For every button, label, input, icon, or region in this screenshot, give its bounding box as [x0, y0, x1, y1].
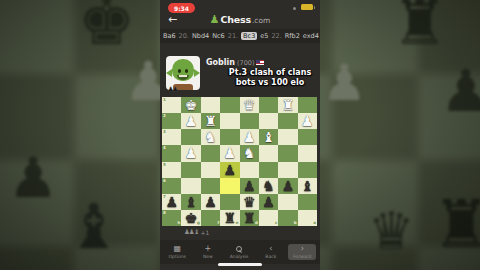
logo-pawn-icon: ♟: [210, 14, 220, 25]
player-name: Goblin: [206, 58, 235, 67]
square-b2[interactable]: [278, 113, 297, 129]
background-piece-icon: ♟: [8, 150, 58, 206]
square-e5[interactable]: ♟: [220, 162, 239, 178]
background-piece-icon: ♜: [392, 0, 448, 54]
square-f1[interactable]: [201, 97, 220, 113]
square-g8[interactable]: g♚: [181, 210, 200, 226]
square-a3[interactable]: [298, 129, 317, 145]
square-h3[interactable]: 3: [162, 129, 181, 145]
video-caption: Pt.3 clash of clans bots vs 100 elo: [222, 68, 318, 87]
captured-icons: ♟♟♝: [184, 228, 198, 236]
square-b8[interactable]: b: [278, 210, 297, 226]
white-bishop: ♝: [259, 129, 278, 145]
square-c3[interactable]: ♝: [259, 129, 278, 145]
plus-icon: +: [204, 245, 211, 253]
square-e4[interactable]: ♟: [220, 145, 239, 161]
square-a8[interactable]: a: [298, 210, 317, 226]
white-pawn: ♟: [298, 113, 317, 129]
file-label-f: f: [217, 221, 219, 225]
square-b3[interactable]: [278, 129, 297, 145]
background-piece-icon: ♟: [440, 62, 480, 120]
nav-label: Analysis: [230, 254, 249, 259]
square-a4[interactable]: [298, 145, 317, 161]
move-number: 22.: [271, 32, 281, 40]
chess-board: 1♚♛♜2♟♜♟3♞♟♝4♟♟♞5♟6♟♞♟♝7♟♝♟♛♟8hg♚fe♜d♜cb…: [162, 97, 317, 226]
square-c7[interactable]: ♟: [259, 194, 278, 210]
logo-suffix: .com: [252, 16, 270, 25]
white-pawn: ♟: [220, 145, 239, 161]
move-item[interactable]: Nbd4: [192, 32, 209, 40]
black-bishop: ♝: [181, 194, 200, 210]
square-h4[interactable]: 4: [162, 145, 181, 161]
white-pawn: ♟: [240, 129, 259, 145]
nav-label: Back: [265, 254, 276, 259]
file-label-h: h: [178, 221, 181, 225]
rank-label-5: 5: [163, 163, 166, 167]
square-e2[interactable]: [220, 113, 239, 129]
phone-screen: 9:34 ← ♟ Chess .com Ba620.Nbd4Nc621.Bc3e…: [160, 0, 320, 270]
player-rating: (700): [237, 59, 254, 67]
black-queen: ♛: [240, 194, 259, 210]
black-pawn: ♟: [201, 194, 220, 210]
chevron-right-icon: ›: [301, 245, 304, 253]
white-king: ♚: [181, 97, 200, 113]
square-b4[interactable]: [278, 145, 297, 161]
square-f3[interactable]: ♞: [201, 129, 220, 145]
logo-text: Chess: [220, 14, 251, 25]
file-label-a: a: [313, 221, 316, 225]
caption-line-1: Pt.3 clash of clans: [222, 68, 318, 78]
square-d1[interactable]: ♛: [240, 97, 259, 113]
background-piece-icon: ♝: [66, 196, 122, 258]
black-pawn: ♟: [278, 178, 297, 194]
analysis-button[interactable]: Analysis: [225, 244, 254, 260]
square-f2[interactable]: ♜: [201, 113, 220, 129]
square-d6[interactable]: ♟: [240, 178, 259, 194]
move-number: 20.: [179, 32, 189, 40]
goblin-teeth: [179, 75, 187, 77]
square-d7[interactable]: ♛: [240, 194, 259, 210]
square-b6[interactable]: ♟: [278, 178, 297, 194]
square-d3[interactable]: ♟: [240, 129, 259, 145]
square-e7[interactable]: [220, 194, 239, 210]
black-knight: ♞: [259, 178, 278, 194]
chesscom-logo: ♟ Chess .com: [160, 14, 320, 25]
square-d5[interactable]: [240, 162, 259, 178]
screen-recording-pill[interactable]: 9:34: [168, 3, 195, 13]
caption-line-2: bots vs 100 elo: [222, 78, 318, 88]
material-score: +1: [200, 229, 209, 236]
square-b5[interactable]: [278, 162, 297, 178]
square-h7[interactable]: 7♟: [162, 194, 181, 210]
battery-icon: [301, 4, 313, 10]
black-rook: ♜: [240, 210, 259, 226]
black-rook: ♜: [220, 210, 239, 226]
move-item[interactable]: Nc6: [212, 32, 225, 40]
new-button[interactable]: +New: [198, 244, 218, 260]
square-g1[interactable]: ♚: [181, 97, 200, 113]
nav-label: Forward: [293, 254, 311, 259]
square-h2[interactable]: 2: [162, 113, 181, 129]
square-e3[interactable]: [220, 129, 239, 145]
square-a5[interactable]: [298, 162, 317, 178]
white-knight: ♞: [201, 129, 220, 145]
white-queen: ♛: [240, 97, 259, 113]
rank-label-4: 4: [163, 146, 166, 150]
black-pawn: ♟: [240, 178, 259, 194]
nav-label: Options: [169, 254, 186, 259]
square-a7[interactable]: [298, 194, 317, 210]
square-e6[interactable]: [220, 178, 239, 194]
square-f8[interactable]: f: [201, 210, 220, 226]
back-button[interactable]: ‹Back: [260, 244, 281, 260]
move-number: 21.: [228, 32, 238, 40]
move-item[interactable]: Bc3: [241, 32, 257, 40]
black-pawn: ♟: [259, 194, 278, 210]
square-f5[interactable]: [201, 162, 220, 178]
us-flag-icon: [256, 60, 264, 65]
square-b1[interactable]: ♜: [278, 97, 297, 113]
magnifier-icon: [236, 245, 242, 253]
background-piece-icon: ♟: [322, 58, 367, 108]
status-dot-icon: [293, 7, 296, 10]
black-pawn: ♟: [162, 194, 181, 210]
nav-label: New: [203, 254, 213, 259]
goblin-eye-right: [185, 69, 188, 73]
background-piece-icon: ♚: [78, 0, 135, 54]
square-g2[interactable]: ♟: [181, 113, 200, 129]
black-king: ♚: [181, 210, 200, 226]
white-rook: ♜: [201, 113, 220, 129]
square-c8[interactable]: c: [259, 210, 278, 226]
status-time: 9:34: [174, 5, 189, 12]
black-bishop: ♝: [298, 178, 317, 194]
square-d4[interactable]: ♞: [240, 145, 259, 161]
square-c4[interactable]: [259, 145, 278, 161]
square-h5[interactable]: 5: [162, 162, 181, 178]
square-f4[interactable]: [201, 145, 220, 161]
white-knight: ♞: [240, 145, 259, 161]
forward-button[interactable]: ›Forward: [288, 244, 316, 260]
grid-icon: ▦: [173, 245, 181, 253]
black-pawn: ♟: [220, 162, 239, 178]
move-item[interactable]: e5: [260, 32, 268, 40]
square-e8[interactable]: e♜: [220, 210, 239, 226]
goblin-eye-left: [178, 69, 181, 73]
rank-label-2: 2: [163, 114, 166, 118]
square-f7[interactable]: ♟: [201, 194, 220, 210]
goblin-ear-right: [194, 69, 200, 77]
square-c2[interactable]: [259, 113, 278, 129]
move-item[interactable]: exd4: [303, 32, 319, 40]
bottom-nav: ▦Options+NewAnalysis‹Back›Forward: [160, 240, 320, 264]
background-piece-icon: ♛: [368, 205, 415, 257]
square-b7[interactable]: [278, 194, 297, 210]
rank-label-1: 1: [163, 98, 166, 102]
square-d8[interactable]: d♜: [240, 210, 259, 226]
captured-pieces-bottom: ♟♟♝ +1: [184, 228, 209, 236]
square-h8[interactable]: 8h: [162, 210, 181, 226]
background-piece-icon: ♜: [432, 192, 480, 258]
home-indicator[interactable]: [218, 263, 262, 266]
square-a6[interactable]: ♝: [298, 178, 317, 194]
square-g5[interactable]: [181, 162, 200, 178]
square-g7[interactable]: ♝: [181, 194, 200, 210]
rank-label-3: 3: [163, 130, 166, 134]
square-c6[interactable]: ♞: [259, 178, 278, 194]
move-list: Ba620.Nbd4Nc621.Bc3e522.Rfb2exd4: [160, 29, 320, 43]
options-button[interactable]: ▦Options: [164, 244, 191, 260]
square-d2[interactable]: [240, 113, 259, 129]
white-pawn: ♟: [181, 113, 200, 129]
square-h6[interactable]: 6: [162, 178, 181, 194]
white-rook: ♜: [278, 97, 297, 113]
square-a2[interactable]: ♟: [298, 113, 317, 129]
square-g6[interactable]: [181, 178, 200, 194]
square-e1[interactable]: [220, 97, 239, 113]
file-label-b: b: [294, 221, 297, 225]
white-pawn: ♟: [181, 145, 200, 161]
chevron-left-icon: ‹: [269, 245, 272, 253]
square-a1[interactable]: [298, 97, 317, 113]
move-item[interactable]: Ba6: [163, 32, 176, 40]
rank-label-6: 6: [163, 179, 166, 183]
square-g3[interactable]: [181, 129, 200, 145]
square-g4[interactable]: ♟: [181, 145, 200, 161]
player-info[interactable]: Goblin (700): [206, 58, 264, 67]
square-f6[interactable]: [201, 178, 220, 194]
square-c1[interactable]: [259, 97, 278, 113]
file-label-c: c: [275, 221, 277, 225]
move-item[interactable]: Rfb2: [285, 32, 300, 40]
square-h1[interactable]: 1: [162, 97, 181, 113]
captured-pieces-top: ♟♟: [168, 85, 177, 92]
rank-label-8: 8: [163, 211, 166, 215]
square-c5[interactable]: [259, 162, 278, 178]
